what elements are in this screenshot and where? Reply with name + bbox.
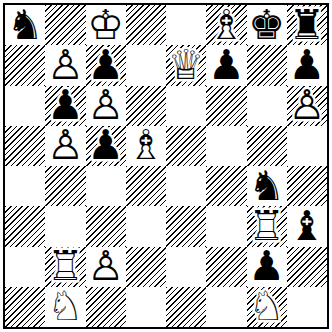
square-g6[interactable] [247,86,287,126]
square-b5[interactable]: ♟♙ [45,126,85,166]
square-e6[interactable] [166,86,206,126]
white-rook-piece: ♖ [45,247,85,287]
square-c1[interactable] [86,287,126,327]
square-b8[interactable] [45,5,85,45]
square-f7[interactable]: ♟♟ [206,45,246,85]
square-f3[interactable] [206,206,246,246]
square-e7[interactable]: ♛♕ [166,45,206,85]
square-d4[interactable] [126,166,166,206]
square-c5[interactable]: ♟♟ [86,126,126,166]
square-b3[interactable] [45,206,85,246]
square-d7[interactable] [126,45,166,85]
white-pawn-piece: ♙ [45,126,85,166]
square-h4[interactable] [287,166,327,206]
square-g2[interactable]: ♟♟ [247,247,287,287]
square-f5[interactable] [206,126,246,166]
chess-board: ♞♞♚♔♝♗♚♚♜♜♟♙♟♟♛♕♟♟♟♟♟♟♟♙♟♙♟♙♟♟♝♗♞♞♜♖♝♝♜♖… [5,5,327,327]
square-e5[interactable] [166,126,206,166]
board-frame: ♞♞♚♔♝♗♚♚♜♜♟♙♟♟♛♕♟♟♟♟♟♟♟♙♟♙♟♙♟♟♝♗♞♞♜♖♝♝♜♖… [3,3,329,329]
square-h1[interactable] [287,287,327,327]
square-e3[interactable] [166,206,206,246]
square-f8[interactable]: ♝♗ [206,5,246,45]
white-knight-piece: ♘ [247,287,287,327]
square-a4[interactable] [5,166,45,206]
square-h8[interactable]: ♜♜ [287,5,327,45]
square-a5[interactable] [5,126,45,166]
square-f4[interactable] [206,166,246,206]
white-queen-piece: ♕ [166,45,206,85]
square-g7[interactable] [247,45,287,85]
white-pawn-piece: ♙ [287,86,327,126]
square-e1[interactable] [166,287,206,327]
white-pawn-piece: ♙ [86,86,126,126]
square-d3[interactable] [126,206,166,246]
square-d5[interactable]: ♝♗ [126,126,166,166]
square-d1[interactable] [126,287,166,327]
square-e4[interactable] [166,166,206,206]
white-knight-piece: ♘ [45,287,85,327]
square-h2[interactable] [287,247,327,287]
square-g1[interactable]: ♞♘ [247,287,287,327]
square-a1[interactable] [5,287,45,327]
square-h3[interactable]: ♝♝ [287,206,327,246]
white-king-piece: ♔ [86,5,126,45]
square-c2[interactable]: ♟♙ [86,247,126,287]
square-f6[interactable] [206,86,246,126]
white-pawn-piece: ♙ [86,247,126,287]
square-b7[interactable]: ♟♙ [45,45,85,85]
square-e2[interactable] [166,247,206,287]
black-pawn-piece: ♟ [45,86,85,126]
black-pawn-piece: ♟ [247,247,287,287]
square-d6[interactable] [126,86,166,126]
square-a8[interactable]: ♞♞ [5,5,45,45]
black-pawn-piece: ♟ [206,45,246,85]
square-d2[interactable] [126,247,166,287]
square-c7[interactable]: ♟♟ [86,45,126,85]
square-f2[interactable] [206,247,246,287]
black-king-piece: ♚ [247,5,287,45]
black-pawn-piece: ♟ [86,126,126,166]
square-a3[interactable] [5,206,45,246]
black-rook-piece: ♜ [287,5,327,45]
square-d8[interactable] [126,5,166,45]
black-knight-piece: ♞ [247,166,287,206]
square-h6[interactable]: ♟♙ [287,86,327,126]
square-b4[interactable] [45,166,85,206]
square-h5[interactable] [287,126,327,166]
white-pawn-piece: ♙ [45,45,85,85]
white-bishop-piece: ♗ [126,126,166,166]
black-pawn-piece: ♟ [287,45,327,85]
black-knight-piece: ♞ [5,5,45,45]
square-g5[interactable] [247,126,287,166]
square-f1[interactable] [206,287,246,327]
white-bishop-piece: ♗ [206,5,246,45]
square-g8[interactable]: ♚♚ [247,5,287,45]
square-b6[interactable]: ♟♟ [45,86,85,126]
square-e8[interactable] [166,5,206,45]
square-b1[interactable]: ♞♘ [45,287,85,327]
white-rook-piece: ♖ [247,206,287,246]
square-a2[interactable] [5,247,45,287]
square-c6[interactable]: ♟♙ [86,86,126,126]
square-g3[interactable]: ♜♖ [247,206,287,246]
square-a6[interactable] [5,86,45,126]
square-g4[interactable]: ♞♞ [247,166,287,206]
square-c3[interactable] [86,206,126,246]
square-a7[interactable] [5,45,45,85]
square-c4[interactable] [86,166,126,206]
square-c8[interactable]: ♚♔ [86,5,126,45]
black-pawn-piece: ♟ [86,45,126,85]
black-bishop-piece: ♝ [287,206,327,246]
square-b2[interactable]: ♜♖ [45,247,85,287]
square-h7[interactable]: ♟♟ [287,45,327,85]
